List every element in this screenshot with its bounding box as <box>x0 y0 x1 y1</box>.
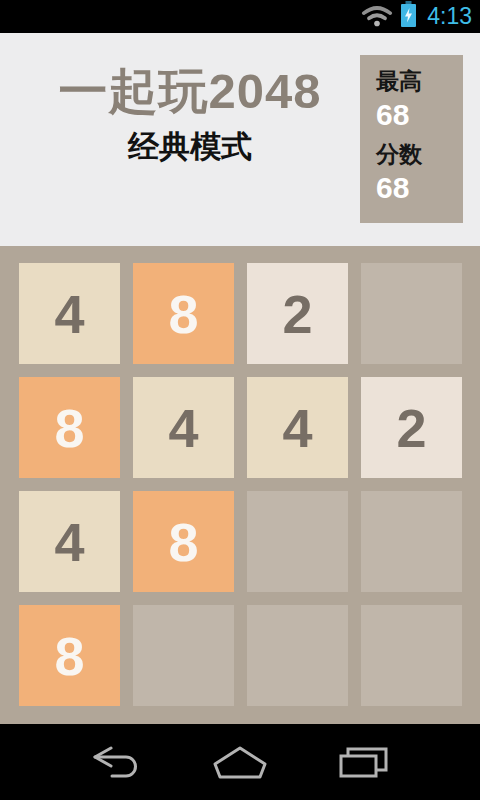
wifi-icon <box>361 2 393 32</box>
status-bar: 4:13 <box>0 0 480 33</box>
board[interactable]: 4828442488 <box>19 263 480 706</box>
board-background: 4828442488 <box>0 246 480 724</box>
empty-cell <box>361 263 462 364</box>
recents-button[interactable] <box>335 742 393 782</box>
tile-8: 8 <box>133 491 234 592</box>
current-score-label: 分数 <box>376 143 463 166</box>
battery-charging-icon <box>400 1 417 32</box>
app-title: 一起玩2048 <box>0 65 380 119</box>
home-button[interactable] <box>211 742 269 782</box>
best-score-value: 68 <box>376 100 463 130</box>
recents-icon <box>338 745 390 779</box>
tile-4: 4 <box>19 263 120 364</box>
header: 一起玩2048 经典模式 最高 68 分数 68 <box>0 33 480 246</box>
current-score-value: 68 <box>376 173 463 203</box>
empty-cell <box>361 605 462 706</box>
best-score-label: 最高 <box>376 70 463 93</box>
tile-8: 8 <box>19 377 120 478</box>
empty-cell <box>247 605 348 706</box>
empty-cell <box>361 491 462 592</box>
status-clock: 4:13 <box>427 5 472 28</box>
empty-cell <box>247 491 348 592</box>
tile-4: 4 <box>133 377 234 478</box>
tile-4: 4 <box>19 491 120 592</box>
back-button[interactable] <box>87 742 145 782</box>
score-panel: 最高 68 分数 68 <box>360 55 463 223</box>
back-icon <box>91 745 141 779</box>
navigation-bar <box>0 724 480 800</box>
tile-2: 2 <box>247 263 348 364</box>
tile-8: 8 <box>19 605 120 706</box>
empty-cell <box>133 605 234 706</box>
tile-8: 8 <box>133 263 234 364</box>
tile-4: 4 <box>247 377 348 478</box>
title-area: 一起玩2048 经典模式 <box>0 33 380 162</box>
home-icon <box>211 745 269 779</box>
tile-2: 2 <box>361 377 462 478</box>
mode-label: 经典模式 <box>0 131 380 162</box>
